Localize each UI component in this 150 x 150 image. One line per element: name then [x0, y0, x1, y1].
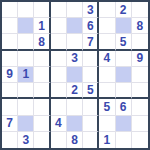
sudoku-cell[interactable]	[2, 99, 18, 115]
given-digit: 7	[6, 117, 13, 129]
sudoku-cell[interactable]: 9	[132, 51, 148, 67]
sudoku-cell[interactable]	[99, 18, 115, 34]
sudoku-cell[interactable]	[99, 34, 115, 50]
sudoku-cell[interactable]	[18, 116, 34, 132]
sudoku-cell[interactable]	[132, 2, 148, 18]
given-digit: 6	[120, 101, 127, 113]
sudoku-cell[interactable]: 5	[116, 34, 132, 50]
sudoku-cell[interactable]	[34, 83, 50, 99]
sudoku-cell[interactable]	[2, 83, 18, 99]
sudoku-cell[interactable]	[99, 67, 115, 83]
sudoku-cell[interactable]	[2, 18, 18, 34]
sudoku-cell[interactable]: 6	[116, 99, 132, 115]
sudoku-cell[interactable]	[132, 34, 148, 50]
sudoku-cell[interactable]: 1	[18, 67, 34, 83]
sudoku-cell[interactable]	[67, 18, 83, 34]
given-digit: 6	[87, 20, 94, 32]
sudoku-cell[interactable]: 8	[67, 132, 83, 148]
sudoku-cell[interactable]	[18, 18, 34, 34]
sudoku-cell[interactable]	[67, 2, 83, 18]
sudoku-cell[interactable]	[2, 2, 18, 18]
sudoku-cell[interactable]	[132, 99, 148, 115]
sudoku-cell[interactable]	[67, 67, 83, 83]
sudoku-cell[interactable]	[18, 2, 34, 18]
given-digit: 9	[137, 52, 144, 64]
sudoku-cell[interactable]: 3	[18, 132, 34, 148]
sudoku-cell[interactable]	[51, 99, 67, 115]
given-digit: 4	[104, 52, 111, 64]
given-digit: 3	[71, 52, 78, 64]
given-digit: 2	[120, 4, 127, 16]
sudoku-cell[interactable]	[83, 132, 99, 148]
sudoku-cell[interactable]	[34, 132, 50, 148]
sudoku-cell[interactable]	[132, 132, 148, 148]
sudoku-cell[interactable]: 1	[99, 132, 115, 148]
given-digit: 5	[104, 101, 111, 113]
sudoku-cell[interactable]	[99, 83, 115, 99]
sudoku-cell[interactable]: 5	[83, 83, 99, 99]
sudoku-cell[interactable]: 6	[83, 18, 99, 34]
given-digit: 5	[87, 84, 94, 96]
sudoku-cell[interactable]	[18, 51, 34, 67]
sudoku-cell[interactable]	[116, 83, 132, 99]
sudoku-cell[interactable]	[116, 116, 132, 132]
sudoku-cell[interactable]	[116, 51, 132, 67]
sudoku-cell[interactable]	[83, 67, 99, 83]
given-digit: 8	[71, 134, 78, 146]
sudoku-cell[interactable]	[116, 67, 132, 83]
sudoku-cell[interactable]: 7	[83, 34, 99, 50]
sudoku-cell[interactable]	[18, 34, 34, 50]
sudoku-cell[interactable]: 3	[83, 2, 99, 18]
sudoku-cell[interactable]	[34, 116, 50, 132]
sudoku-cell[interactable]	[83, 99, 99, 115]
sudoku-cell[interactable]	[67, 99, 83, 115]
sudoku-cell[interactable]: 7	[2, 116, 18, 132]
given-digit: 1	[104, 134, 111, 146]
sudoku-cell[interactable]: 3	[67, 51, 83, 67]
sudoku-cell[interactable]	[51, 83, 67, 99]
sudoku-cell[interactable]	[83, 116, 99, 132]
given-digit: 2	[71, 84, 78, 96]
given-digit: 3	[87, 4, 94, 16]
sudoku-cell[interactable]: 5	[99, 99, 115, 115]
sudoku-cell[interactable]: 2	[116, 2, 132, 18]
sudoku-cell[interactable]	[51, 51, 67, 67]
sudoku-cell[interactable]	[2, 34, 18, 50]
given-digit: 4	[55, 117, 62, 129]
sudoku-cell[interactable]	[51, 67, 67, 83]
sudoku-cell[interactable]	[51, 34, 67, 50]
sudoku-cell[interactable]	[34, 67, 50, 83]
given-digit: 1	[38, 20, 45, 32]
sudoku-cell[interactable]: 8	[132, 18, 148, 34]
sudoku-cell[interactable]: 1	[34, 18, 50, 34]
given-digit: 8	[137, 20, 144, 32]
sudoku-cell[interactable]	[18, 99, 34, 115]
sudoku-cell[interactable]	[51, 2, 67, 18]
sudoku-cell[interactable]	[99, 2, 115, 18]
sudoku-cell[interactable]	[67, 34, 83, 50]
sudoku-cell[interactable]	[99, 116, 115, 132]
given-digit: 7	[87, 36, 94, 48]
sudoku-cell[interactable]: 2	[67, 83, 83, 99]
sudoku-cell[interactable]	[116, 18, 132, 34]
sudoku-cell[interactable]	[18, 83, 34, 99]
given-digit: 5	[120, 36, 127, 48]
sudoku-cell[interactable]	[2, 51, 18, 67]
sudoku-cell[interactable]	[34, 99, 50, 115]
given-digit: 1	[22, 68, 29, 80]
sudoku-cell[interactable]	[67, 116, 83, 132]
sudoku-cell[interactable]	[34, 2, 50, 18]
given-digit: 8	[38, 36, 45, 48]
sudoku-cell[interactable]	[51, 18, 67, 34]
sudoku-cell[interactable]	[83, 51, 99, 67]
sudoku-cell[interactable]	[51, 132, 67, 148]
sudoku-cell[interactable]	[132, 67, 148, 83]
sudoku-cell[interactable]	[2, 132, 18, 148]
sudoku-cell[interactable]: 8	[34, 34, 50, 50]
sudoku-cell[interactable]	[132, 116, 148, 132]
sudoku-cell[interactable]: 9	[2, 67, 18, 83]
sudoku-board: 3216887534991255674381	[0, 0, 150, 150]
sudoku-cell[interactable]: 4	[99, 51, 115, 67]
sudoku-cell[interactable]: 4	[51, 116, 67, 132]
sudoku-app: 3216887534991255674381	[0, 0, 150, 150]
sudoku-cell[interactable]	[116, 132, 132, 148]
sudoku-cell[interactable]	[132, 83, 148, 99]
given-digit: 3	[22, 134, 29, 146]
given-digit: 9	[6, 68, 13, 80]
sudoku-cell[interactable]	[34, 51, 50, 67]
